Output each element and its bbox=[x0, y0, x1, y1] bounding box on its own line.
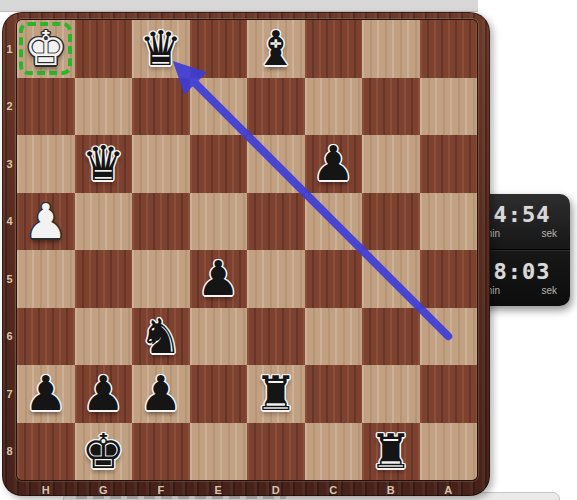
square-a8[interactable] bbox=[420, 423, 478, 481]
file-label-f: F bbox=[132, 484, 190, 496]
file-label-g: G bbox=[75, 484, 133, 496]
square-c8[interactable] bbox=[305, 423, 363, 481]
square-f5[interactable] bbox=[132, 250, 190, 308]
chess-board: 12345678 HGFEDCBA ♚♛♝♛♟♟♟♞♟♟♟♜♚♜ bbox=[2, 12, 490, 496]
square-a5[interactable] bbox=[420, 250, 478, 308]
square-a7[interactable] bbox=[420, 365, 478, 423]
white-king-h1[interactable]: ♚ bbox=[17, 20, 75, 78]
square-g1[interactable] bbox=[75, 20, 133, 78]
square-d5[interactable] bbox=[247, 250, 305, 308]
clock-white-sek-label: sek bbox=[541, 228, 557, 240]
square-h6[interactable] bbox=[17, 308, 75, 366]
square-a1[interactable] bbox=[420, 20, 478, 78]
black-pawn-f7[interactable]: ♟ bbox=[132, 365, 190, 423]
file-label-d: D bbox=[247, 484, 305, 496]
black-pawn-e5[interactable]: ♟ bbox=[190, 250, 248, 308]
square-a3[interactable] bbox=[420, 135, 478, 193]
square-g6[interactable] bbox=[75, 308, 133, 366]
black-king-g8[interactable]: ♚ bbox=[75, 423, 133, 481]
square-h5[interactable] bbox=[17, 250, 75, 308]
square-d8[interactable] bbox=[247, 423, 305, 481]
square-c6[interactable] bbox=[305, 308, 363, 366]
square-b3[interactable] bbox=[362, 135, 420, 193]
square-c1[interactable] bbox=[305, 20, 363, 78]
square-d4[interactable] bbox=[247, 193, 305, 251]
top-ui-strip bbox=[0, 0, 478, 12]
square-h2[interactable] bbox=[17, 78, 75, 136]
black-pawn-c3[interactable]: ♟ bbox=[305, 135, 363, 193]
black-queen-f1[interactable]: ♛ bbox=[132, 20, 190, 78]
square-a4[interactable] bbox=[420, 193, 478, 251]
square-g2[interactable] bbox=[75, 78, 133, 136]
file-label-e: E bbox=[190, 484, 248, 496]
file-label-b: B bbox=[362, 484, 420, 496]
file-label-a: A bbox=[420, 484, 478, 496]
square-c5[interactable] bbox=[305, 250, 363, 308]
rank-label-5: 5 bbox=[2, 273, 17, 285]
square-b5[interactable] bbox=[362, 250, 420, 308]
square-e3[interactable] bbox=[190, 135, 248, 193]
square-b4[interactable] bbox=[362, 193, 420, 251]
square-a2[interactable] bbox=[420, 78, 478, 136]
square-d6[interactable] bbox=[247, 308, 305, 366]
square-c4[interactable] bbox=[305, 193, 363, 251]
square-g4[interactable] bbox=[75, 193, 133, 251]
square-f4[interactable] bbox=[132, 193, 190, 251]
square-g5[interactable] bbox=[75, 250, 133, 308]
black-pawn-h7[interactable]: ♟ bbox=[17, 365, 75, 423]
square-d2[interactable] bbox=[247, 78, 305, 136]
square-f2[interactable] bbox=[132, 78, 190, 136]
square-d3[interactable] bbox=[247, 135, 305, 193]
square-e2[interactable] bbox=[190, 78, 248, 136]
square-e6[interactable] bbox=[190, 308, 248, 366]
rank-label-7: 7 bbox=[2, 388, 17, 400]
white-pawn-h4[interactable]: ♟ bbox=[17, 193, 75, 251]
black-queen-g3[interactable]: ♛ bbox=[75, 135, 133, 193]
square-f8[interactable] bbox=[132, 423, 190, 481]
rank-labels: 12345678 bbox=[2, 20, 17, 480]
black-pawn-g7[interactable]: ♟ bbox=[75, 365, 133, 423]
square-f3[interactable] bbox=[132, 135, 190, 193]
square-c2[interactable] bbox=[305, 78, 363, 136]
file-label-c: C bbox=[305, 484, 363, 496]
square-a6[interactable] bbox=[420, 308, 478, 366]
file-label-h: H bbox=[17, 484, 75, 496]
square-e8[interactable] bbox=[190, 423, 248, 481]
square-b1[interactable] bbox=[362, 20, 420, 78]
square-h8[interactable] bbox=[17, 423, 75, 481]
square-b7[interactable] bbox=[362, 365, 420, 423]
square-c7[interactable] bbox=[305, 365, 363, 423]
caption-text-smudge bbox=[76, 496, 286, 499]
black-rook-d7[interactable]: ♜ bbox=[247, 365, 305, 423]
square-e7[interactable] bbox=[190, 365, 248, 423]
square-b6[interactable] bbox=[362, 308, 420, 366]
rank-label-3: 3 bbox=[2, 158, 17, 170]
rank-label-8: 8 bbox=[2, 445, 17, 457]
rank-label-4: 4 bbox=[2, 215, 17, 227]
square-e4[interactable] bbox=[190, 193, 248, 251]
rank-label-6: 6 bbox=[2, 330, 17, 342]
black-knight-f6[interactable]: ♞ bbox=[132, 308, 190, 366]
clock-black-sek-label: sek bbox=[541, 285, 557, 297]
square-h3[interactable] bbox=[17, 135, 75, 193]
rank-label-2: 2 bbox=[2, 100, 17, 112]
black-bishop-d1[interactable]: ♝ bbox=[247, 20, 305, 78]
square-e1[interactable] bbox=[190, 20, 248, 78]
black-rook-b8[interactable]: ♜ bbox=[362, 423, 420, 481]
square-b2[interactable] bbox=[362, 78, 420, 136]
rank-label-1: 1 bbox=[2, 43, 17, 55]
file-labels: HGFEDCBA bbox=[17, 482, 477, 496]
